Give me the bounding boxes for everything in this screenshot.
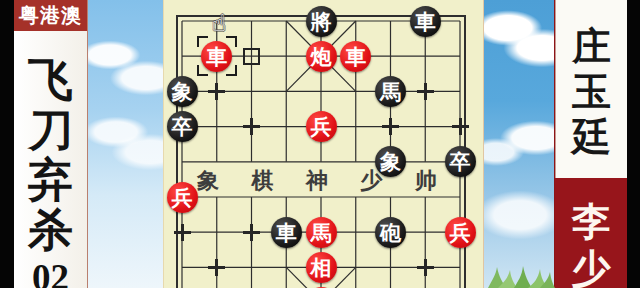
point-marker [382, 118, 399, 135]
grass-decoration [484, 260, 555, 288]
piece-red-horse[interactable]: 馬 [306, 217, 337, 248]
char: 廷 [556, 114, 627, 159]
letterbox-left [0, 0, 14, 288]
last-move-origin-marker [243, 48, 260, 65]
piece-black-chariot[interactable]: 車 [410, 6, 441, 37]
char: 飞 [14, 55, 87, 105]
region-badge: 粤港澳 [14, 0, 87, 31]
piece-red-elephant[interactable]: 相 [306, 252, 337, 283]
piece-black-soldier[interactable]: 卒 [167, 111, 198, 142]
piece-black-general[interactable]: 將 [306, 6, 337, 37]
piece-red-soldier[interactable]: 兵 [445, 217, 476, 248]
piece-red-chariot[interactable]: 車 [201, 41, 232, 72]
player-name-bottom: 李少 [555, 178, 627, 288]
point-marker [417, 259, 434, 276]
hand-cursor-icon: ☝ [212, 10, 226, 36]
char: 神 [305, 166, 329, 196]
char: 庄 [556, 24, 627, 69]
point-marker [452, 118, 469, 135]
piece-black-soldier[interactable]: 卒 [445, 146, 476, 177]
episode-number: 02 [14, 256, 87, 288]
piece-black-horse[interactable]: 馬 [375, 76, 406, 107]
piece-black-elephant[interactable]: 象 [167, 76, 198, 107]
xiangqi-board[interactable]: 象棋神少帅 ☝ 將車車炮車象馬卒兵象卒兵車馬砲兵相仕 [163, 0, 484, 288]
char: 帅 [414, 166, 438, 196]
letterbox-right [627, 0, 640, 288]
point-marker [174, 224, 191, 241]
char: 象 [196, 166, 220, 196]
char: 弃 [14, 155, 87, 205]
player-name-top-panel: 庄玉廷 [555, 0, 627, 178]
piece-red-cannon[interactable]: 炮 [306, 41, 337, 72]
left-title-panel: 粤港澳 飞刀弃杀 02 [14, 0, 88, 288]
piece-red-soldier[interactable]: 兵 [306, 111, 337, 142]
point-marker [243, 118, 260, 135]
char: 李 [555, 198, 627, 245]
right-title-panel: 庄玉廷 李少 [555, 0, 627, 288]
point-marker [208, 259, 225, 276]
player-name-top: 庄玉廷 [556, 0, 627, 159]
point-marker [417, 83, 434, 100]
char: 少 [555, 245, 627, 288]
piece-red-soldier[interactable]: 兵 [167, 182, 198, 213]
char: 棋 [251, 166, 275, 196]
piece-black-chariot[interactable]: 車 [271, 217, 302, 248]
point-marker [208, 83, 225, 100]
sky-background-left [88, 0, 163, 288]
char: 杀 [14, 205, 87, 255]
video-frame: 粤港澳 飞刀弃杀 02 象棋神少帅 ☝ 將車車炮車象馬卒兵象卒兵車馬砲兵相仕 庄… [0, 0, 640, 288]
char: 刀 [14, 105, 87, 155]
char: 玉 [556, 69, 627, 114]
sky-background-right [484, 0, 555, 288]
piece-black-cannon[interactable]: 砲 [375, 217, 406, 248]
point-marker [243, 224, 260, 241]
piece-red-chariot[interactable]: 車 [340, 41, 371, 72]
series-title-vertical: 飞刀弃杀 [14, 31, 87, 255]
player-name-bottom-panel: 李少 [555, 178, 627, 288]
